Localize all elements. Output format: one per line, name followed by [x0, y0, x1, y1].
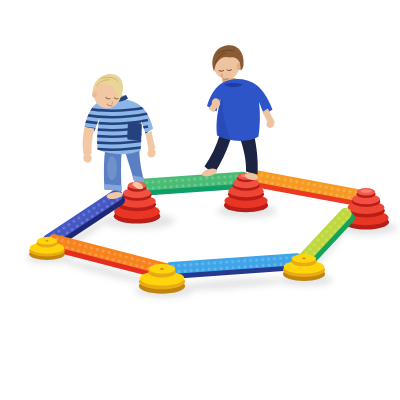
toddler-shirt [85, 98, 154, 154]
boy-head [210, 44, 245, 81]
shadow [172, 275, 288, 292]
child-boy [201, 44, 276, 181]
balance-course-photo [0, 0, 400, 400]
toddler-chest-pocket [127, 123, 142, 141]
toddler-left-hand [146, 148, 156, 159]
toddler-right-forearm [83, 127, 95, 155]
toddler-left-forearm [146, 131, 156, 151]
boy-shirt [207, 79, 273, 141]
boy-front-leg [205, 134, 231, 174]
beam-blue [165, 253, 304, 280]
scene-image [0, 0, 400, 400]
toddler-jeans-fade [107, 156, 117, 180]
